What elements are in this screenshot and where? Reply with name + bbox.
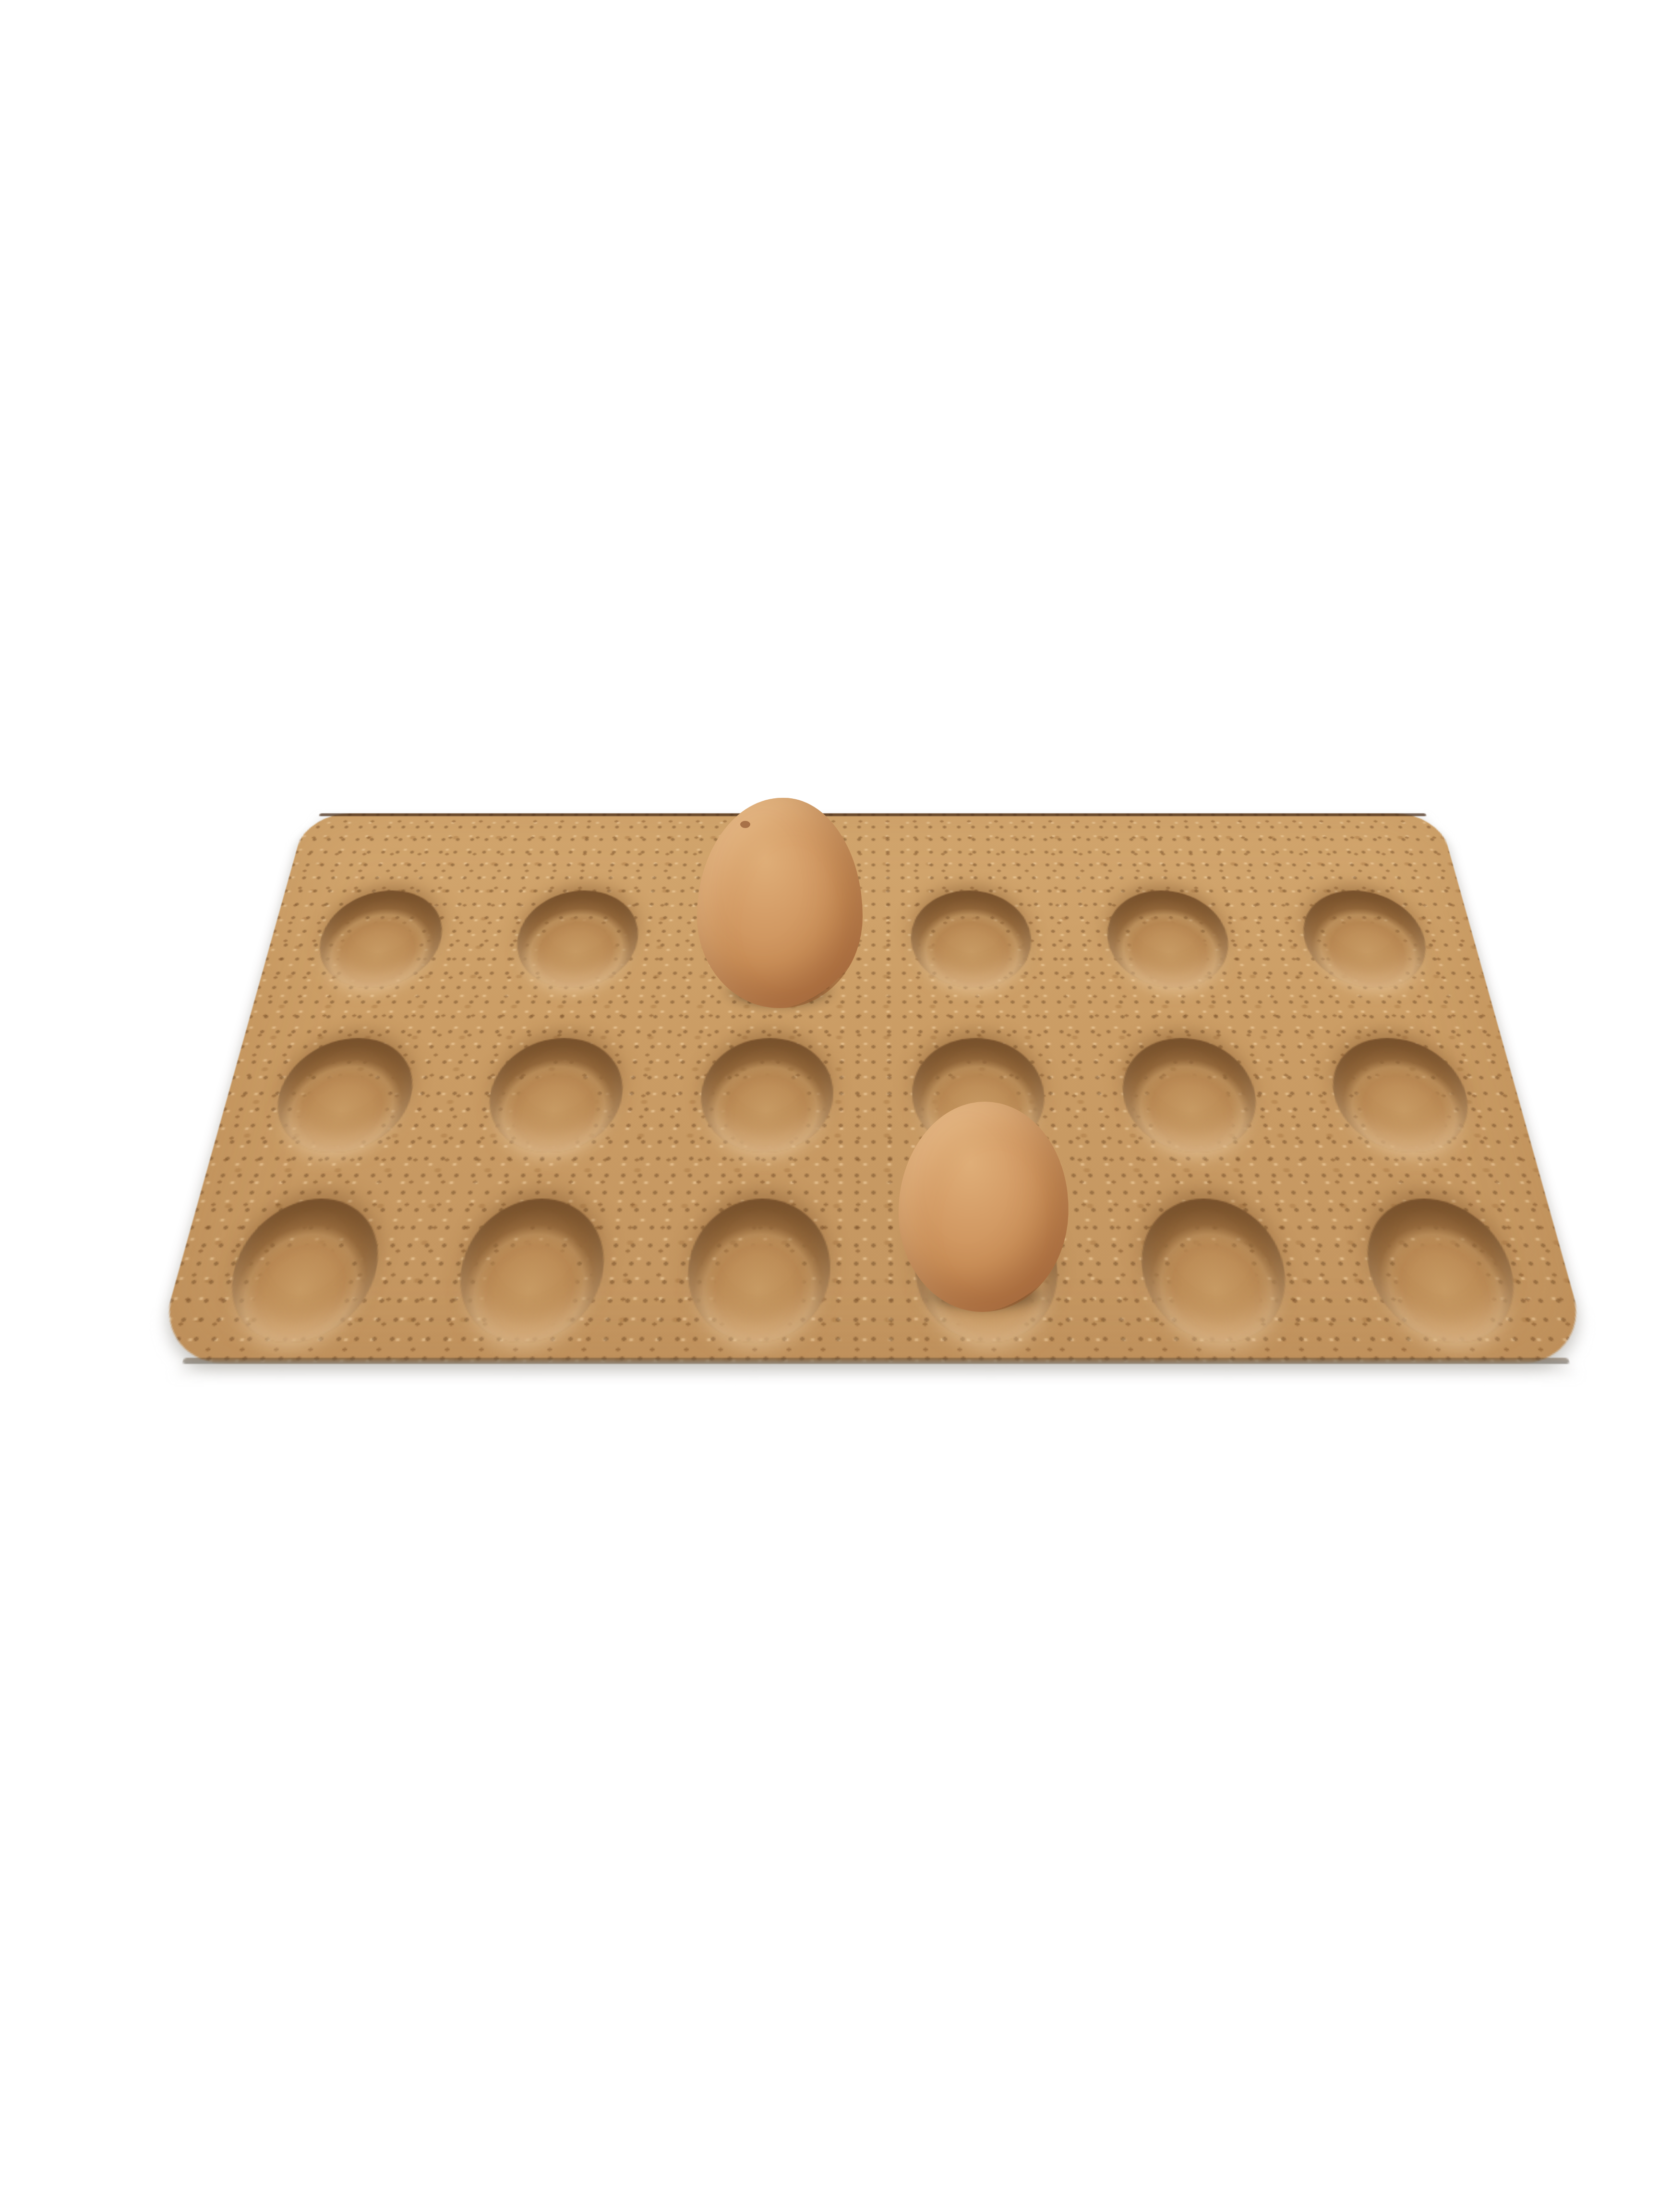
pit-r2c2[interactable] <box>481 1038 628 1153</box>
pit-r3c3[interactable] <box>683 1198 831 1342</box>
egg-tray-board <box>153 813 1593 1364</box>
pit-r2c3[interactable] <box>697 1038 834 1153</box>
pit-r1c4[interactable] <box>910 890 1035 988</box>
pit-r3c1[interactable] <box>216 1198 390 1342</box>
pit-r1c2[interactable] <box>509 890 643 988</box>
pit-r3c2[interactable] <box>449 1198 611 1342</box>
pit-r1c1[interactable] <box>308 890 451 988</box>
pit-r3c6[interactable] <box>1355 1198 1529 1342</box>
pit-r3c5[interactable] <box>1134 1198 1296 1342</box>
pit-r1c5[interactable] <box>1102 890 1236 988</box>
scene <box>0 0 1659 2212</box>
pit-r2c1[interactable] <box>264 1038 423 1153</box>
pit-r2c5[interactable] <box>1117 1038 1265 1153</box>
pit-r1c6[interactable] <box>1295 890 1437 988</box>
pit-r2c6[interactable] <box>1323 1038 1481 1153</box>
